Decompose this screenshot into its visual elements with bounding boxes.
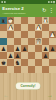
square-a5[interactable]: ♟ <box>49 45 56 52</box>
square-f3[interactable] <box>14 31 21 38</box>
square-e2[interactable] <box>21 24 28 31</box>
square-d8[interactable] <box>28 66 35 73</box>
square-e1[interactable] <box>21 17 28 24</box>
square-a4[interactable] <box>49 38 56 45</box>
square-b8[interactable] <box>42 66 49 73</box>
white-king-piece[interactable]: ♚ <box>8 18 13 24</box>
white-pawn-piece[interactable]: ♟ <box>36 25 41 31</box>
square-g6[interactable]: ♟ <box>7 52 14 59</box>
square-f5[interactable]: ♟ <box>14 45 21 52</box>
square-c7[interactable] <box>35 59 42 66</box>
square-e4[interactable] <box>21 38 28 45</box>
square-b6[interactable]: ♟ <box>42 52 49 59</box>
white-pawn-piece[interactable]: ♟ <box>50 32 55 38</box>
square-h7[interactable]: ♚ <box>0 59 7 66</box>
square-g7[interactable] <box>7 59 14 66</box>
square-c4[interactable]: ♛ <box>35 38 42 45</box>
result-badge: Correctly! <box>16 82 41 89</box>
white-queen-piece[interactable]: ♛ <box>36 39 41 45</box>
status-left-icons <box>1 1 5 3</box>
app-bar: Exercise 2 Achieving advantage ↻ ⋮ <box>0 4 56 17</box>
square-c6[interactable] <box>35 52 42 59</box>
square-b7[interactable] <box>42 59 49 66</box>
square-f2[interactable] <box>14 24 21 31</box>
page-title: Exercise 2 <box>2 6 25 11</box>
square-g3[interactable] <box>7 31 14 38</box>
square-b3[interactable] <box>42 31 49 38</box>
white-rook-piece[interactable]: ♜ <box>43 18 48 24</box>
footer-area: Correctly! ← → <box>0 73 56 100</box>
signal-icon <box>48 1 50 3</box>
chess-board[interactable]: ♜♚♜♟♟♟♛♟♟♟♟♟♟♟♟♚♞ <box>0 17 56 73</box>
square-e8[interactable] <box>21 66 28 73</box>
black-pawn-piece[interactable]: ♟ <box>15 46 20 52</box>
white-pawn-piece[interactable]: ♟ <box>8 25 13 31</box>
square-e3[interactable] <box>21 31 28 38</box>
square-g5[interactable] <box>7 45 14 52</box>
square-h6[interactable] <box>0 52 7 59</box>
square-h2[interactable] <box>0 24 7 31</box>
square-d1[interactable] <box>28 17 35 24</box>
square-e6[interactable] <box>21 52 28 59</box>
square-d3[interactable] <box>28 31 35 38</box>
refresh-icon[interactable]: ↻ <box>42 8 46 13</box>
black-rook-piece[interactable]: ♜ <box>1 18 6 24</box>
square-b2[interactable] <box>42 24 49 31</box>
square-d5[interactable] <box>28 45 35 52</box>
black-pawn-piece[interactable]: ♟ <box>43 46 48 52</box>
square-c3[interactable] <box>35 31 42 38</box>
square-g2[interactable]: ♟ <box>7 24 14 31</box>
black-pawn-piece[interactable]: ♟ <box>1 46 6 52</box>
square-a6[interactable] <box>49 52 56 59</box>
square-a2[interactable] <box>49 24 56 31</box>
square-a7[interactable] <box>49 59 56 66</box>
page-subtitle: Achieving advantage <box>2 12 25 15</box>
square-a1[interactable] <box>49 17 56 24</box>
next-exercise-arrow-icon[interactable]: → <box>47 92 53 98</box>
square-h3[interactable] <box>0 31 7 38</box>
prev-exercise-arrow-icon[interactable]: ← <box>3 92 9 98</box>
square-d2[interactable] <box>28 24 35 31</box>
square-b4[interactable] <box>42 38 49 45</box>
black-pawn-piece[interactable]: ♟ <box>22 46 27 52</box>
black-pawn-piece[interactable]: ♟ <box>50 46 55 52</box>
black-pawn-piece[interactable]: ♟ <box>15 53 20 59</box>
wifi-icon <box>51 1 53 3</box>
square-c1[interactable] <box>35 17 42 24</box>
black-knight-piece[interactable]: ♞ <box>15 60 20 66</box>
status-right-icons <box>48 1 55 3</box>
square-c8[interactable] <box>35 66 42 73</box>
app-screen: Exercise 2 Achieving advantage ↻ ⋮ ♜♚♜♟♟… <box>0 0 56 100</box>
square-g8[interactable] <box>7 66 14 73</box>
square-c5[interactable] <box>35 45 42 52</box>
square-d4[interactable] <box>28 38 35 45</box>
square-g1[interactable]: ♚ <box>7 17 14 24</box>
app-bar-titles: Exercise 2 Achieving advantage <box>2 6 25 14</box>
square-f1[interactable] <box>14 17 21 24</box>
square-b5[interactable]: ♟ <box>42 45 49 52</box>
square-c2[interactable]: ♟ <box>35 24 42 31</box>
square-d6[interactable] <box>28 52 35 59</box>
battery-icon <box>53 1 54 3</box>
square-e7[interactable] <box>21 59 28 66</box>
square-f4[interactable] <box>14 38 21 45</box>
square-a3[interactable]: ♟ <box>49 31 56 38</box>
square-g4[interactable] <box>7 38 14 45</box>
overflow-menu-icon[interactable]: ⋮ <box>49 8 54 13</box>
square-b1[interactable]: ♜ <box>42 17 49 24</box>
black-king-piece[interactable]: ♚ <box>1 60 6 66</box>
notification-icon <box>1 1 3 3</box>
square-f7[interactable]: ♞ <box>14 59 21 66</box>
square-d7[interactable] <box>28 59 35 66</box>
black-pawn-piece[interactable]: ♟ <box>8 53 13 59</box>
square-f6[interactable]: ♟ <box>14 52 21 59</box>
square-h5[interactable]: ♟ <box>0 45 7 52</box>
notification-icon <box>4 1 6 3</box>
square-e5[interactable]: ♟ <box>21 45 28 52</box>
square-a8[interactable] <box>49 66 56 73</box>
square-f8[interactable] <box>14 66 21 73</box>
square-h8[interactable] <box>0 66 7 73</box>
black-pawn-piece[interactable]: ♟ <box>43 53 48 59</box>
square-h1[interactable]: ♜ <box>0 17 7 24</box>
square-h4[interactable] <box>0 38 7 45</box>
